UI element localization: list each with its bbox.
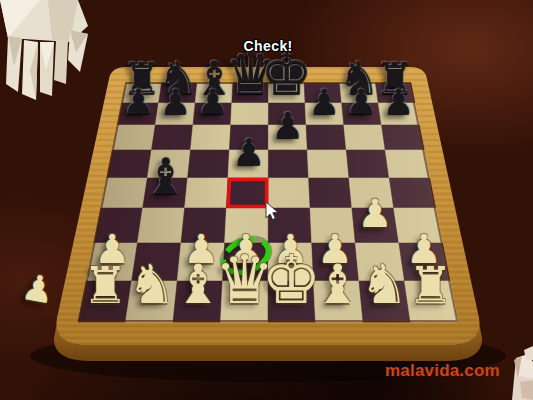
piece-white-bishop-f1[interactable]: ♝ [314, 257, 362, 311]
piece-black-pawn-c7[interactable]: ♟ [197, 85, 228, 120]
piece-black-pawn-d5[interactable]: ♟ [232, 134, 265, 171]
check-status-label: Check! [244, 38, 293, 54]
piece-black-pawn-f7[interactable]: ♟ [308, 85, 339, 120]
piece-white-knight-g1[interactable]: ♞ [360, 257, 408, 311]
piece-black-pawn-b7[interactable]: ♟ [160, 85, 191, 120]
captured-white-pawn: ♟ [19, 269, 57, 310]
piece-white-king-e1[interactable]: ♚ [261, 247, 321, 314]
piece-white-rook-a1[interactable]: ♜ [83, 260, 129, 311]
hand-icon-top-left [0, 0, 88, 100]
piece-black-king-e8[interactable]: ♚ [261, 45, 313, 103]
piece-black-pawn-e6[interactable]: ♟ [271, 108, 303, 144]
watermark-text: malavida.com [385, 361, 500, 381]
piece-white-knight-b1[interactable]: ♞ [128, 257, 176, 311]
hand-icon-bottom-right [512, 346, 533, 400]
piece-white-rook-h1[interactable]: ♜ [408, 260, 454, 311]
piece-black-pawn-a7[interactable]: ♟ [123, 85, 154, 120]
piece-black-pawn-h7[interactable]: ♟ [383, 85, 414, 120]
piece-black-bishop-b4[interactable]: ♝ [143, 152, 188, 202]
piece-white-pawn-g3[interactable]: ♟ [358, 194, 393, 233]
piece-black-pawn-g7[interactable]: ♟ [346, 85, 377, 120]
chess-game-scene: ♜♞♝♛♚♞♜♟♟♟♟♟♟♟♟♝♟♟♟♟♟♟♟♜♞♝♛♚♝♞♜♟ Check! … [0, 0, 533, 400]
